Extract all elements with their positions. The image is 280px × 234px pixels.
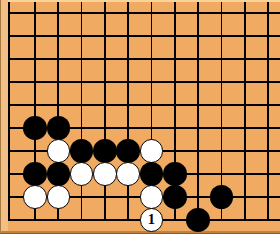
intersection (47, 140, 70, 163)
white-stone (70, 162, 94, 186)
white-stone (140, 139, 164, 163)
intersection (117, 140, 140, 163)
black-stone (47, 116, 71, 140)
intersection (140, 140, 163, 163)
intersection (47, 186, 70, 209)
intersection (70, 140, 93, 163)
intersection (163, 163, 186, 186)
intersection (23, 163, 46, 186)
intersection (210, 186, 233, 209)
intersection: 1 (140, 209, 163, 232)
black-stone (163, 185, 187, 209)
intersection (23, 186, 46, 209)
black-stone (116, 139, 140, 163)
black-stone (186, 208, 210, 232)
intersection (117, 163, 140, 186)
go-board-stones: 1 (0, 2, 280, 232)
intersection (70, 163, 93, 186)
white-stone (47, 139, 71, 163)
intersection (93, 140, 116, 163)
intersection (140, 186, 163, 209)
intersection (140, 163, 163, 186)
black-stone (23, 116, 47, 140)
intersection (163, 186, 186, 209)
white-stone (116, 162, 140, 186)
white-stone (23, 185, 47, 209)
intersection (93, 163, 116, 186)
intersection (47, 163, 70, 186)
black-stone (23, 162, 47, 186)
move-number-label: 1 (148, 212, 155, 228)
white-stone (140, 185, 164, 209)
white-stone (93, 162, 117, 186)
black-stone (163, 162, 187, 186)
black-stone (93, 139, 117, 163)
black-stone (47, 162, 71, 186)
white-stone-move-1: 1 (140, 208, 164, 232)
intersection (47, 117, 70, 140)
white-stone (47, 185, 71, 209)
go-diagram: 1 (0, 0, 280, 234)
intersection (23, 117, 46, 140)
black-stone (140, 162, 164, 186)
black-stone (210, 185, 234, 209)
intersection (186, 209, 209, 232)
black-stone (70, 139, 94, 163)
